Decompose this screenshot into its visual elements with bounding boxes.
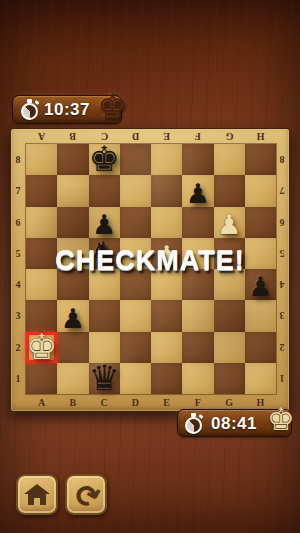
white-king-icon: ♚ — [267, 404, 295, 435]
white-king-a2[interactable]: ♚ — [26, 332, 57, 363]
black-timer-plaque: 10:37 ♚ — [12, 95, 122, 124]
black-queen-c1[interactable]: ♛ — [89, 363, 120, 394]
stopwatch-icon — [184, 413, 204, 435]
black-time: 10:37 — [39, 100, 95, 120]
black-king-icon: ♚ — [97, 89, 127, 123]
white-time: 08:41 — [205, 414, 263, 434]
home-button[interactable] — [16, 474, 58, 515]
white-timer-plaque: 08:41 ♚ — [177, 409, 292, 437]
restart-icon: ↻ — [67, 476, 105, 512]
black-pawn-f7[interactable]: ♟ — [182, 175, 213, 206]
home-icon — [24, 484, 50, 505]
chess-app-screen: 10:37 ♚ ABCDEFGH ABCDEFGH 87654321 87654… — [0, 0, 300, 533]
restart-button[interactable]: ↻ — [65, 474, 107, 515]
checkmate-banner: CHECKMATE! — [10, 246, 290, 277]
stopwatch-icon — [20, 99, 40, 121]
black-king-c8[interactable]: ♚ — [89, 144, 120, 175]
black-pawn-b3[interactable]: ♟ — [57, 300, 88, 331]
white-pawn-g6[interactable]: ♟ — [214, 207, 245, 238]
